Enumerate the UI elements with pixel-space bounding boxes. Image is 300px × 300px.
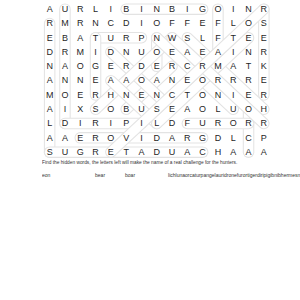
grid-cell: L: [210, 102, 225, 116]
grid-cell: R: [226, 73, 241, 87]
grid-cell: L: [226, 16, 241, 30]
grid-cell: E: [88, 73, 103, 87]
grid-cell: R: [256, 2, 271, 16]
grid-cell: R: [88, 116, 103, 130]
grid-cell: G: [195, 131, 210, 145]
grid-cell: D: [134, 59, 149, 73]
grid-cell: S: [256, 16, 271, 30]
grid-cell: A: [241, 145, 256, 159]
grid-cell: U: [164, 145, 179, 159]
letter-grid: AURLIBINBIGOINRRMRNCDIOFFEFLOSEBATURPNWS…: [42, 2, 271, 159]
grid-cell: R: [73, 16, 88, 30]
grid-cell: S: [42, 145, 57, 159]
grid-cell: D: [210, 131, 225, 145]
grid-cell: E: [149, 59, 164, 73]
grid-cell: G: [195, 2, 210, 16]
grid-cell: O: [134, 73, 149, 87]
grid-cell: F: [180, 16, 195, 30]
grid-cell: N: [57, 73, 72, 87]
grid-cell: R: [42, 16, 57, 30]
grid-cell: C: [164, 88, 179, 102]
grid-cell: E: [164, 45, 179, 59]
grid-cell: A: [42, 73, 57, 87]
grid-cell: T: [118, 145, 133, 159]
grid-cell: A: [226, 59, 241, 73]
grid-cell: K: [256, 59, 271, 73]
grid-cell: R: [88, 131, 103, 145]
grid-cell: B: [57, 31, 72, 45]
grid-cell: C: [195, 145, 210, 159]
grid-cell: I: [134, 131, 149, 145]
grid-cell: O: [195, 73, 210, 87]
grid-cell: U: [134, 45, 149, 59]
grid-cell: R: [210, 116, 225, 130]
grid-cell: O: [73, 59, 88, 73]
grid-cell: R: [241, 73, 256, 87]
grid-cell: N: [241, 45, 256, 59]
grid-cell: L: [88, 2, 103, 16]
grid-cell: O: [226, 116, 241, 130]
word-list-item: tiger: [247, 172, 257, 179]
word-list-item: neconu: [298, 172, 300, 179]
grid-cell: R: [256, 88, 271, 102]
grid-cell: X: [73, 102, 88, 116]
grid-cell: I: [134, 16, 149, 30]
grid-cell: W: [164, 31, 179, 45]
word-search-page: AURLIBINBIGOINRRMRNCDIOFFEFLOSEBATURPNWS…: [0, 0, 300, 300]
grid-cell: D: [149, 145, 164, 159]
grid-cell: A: [42, 131, 57, 145]
grid-cell: M: [42, 88, 57, 102]
word-list-item: lich: [168, 172, 176, 179]
grid-cell: P: [256, 131, 271, 145]
word-list-item: gibnib: [267, 172, 280, 179]
grid-cell: O: [149, 45, 164, 59]
word-list-item: bear: [95, 172, 125, 179]
grid-cell: E: [103, 59, 118, 73]
grid-cell: C: [180, 59, 195, 73]
grid-cell: D: [42, 45, 57, 59]
grid-cell: F: [164, 16, 179, 30]
grid-cell: I: [180, 2, 195, 16]
grid-cell: M: [57, 16, 72, 30]
grid-cell: R: [256, 45, 271, 59]
grid-cell: N: [118, 45, 133, 59]
grid-cell: N: [149, 88, 164, 102]
grid-cell: A: [180, 102, 195, 116]
grid-cell: B: [164, 2, 179, 16]
grid-cell: U: [103, 31, 118, 45]
grid-cell: N: [210, 88, 225, 102]
grid-cell: R: [210, 73, 225, 87]
grid-cell: O: [241, 16, 256, 30]
grid-cell: T: [241, 59, 256, 73]
grid-cell: A: [180, 145, 195, 159]
grid-cell: S: [180, 31, 195, 45]
grid-cell: E: [195, 16, 210, 30]
grid-cell: M: [73, 45, 88, 59]
grid-cell: D: [149, 131, 164, 145]
grid-cell: R: [88, 88, 103, 102]
grid-cell: A: [256, 145, 271, 159]
word-list-item: orca: [185, 172, 195, 179]
grid-cell: U: [226, 102, 241, 116]
grid-cell: I: [103, 116, 118, 130]
grid-cell: N: [88, 16, 103, 30]
grid-cell: A: [57, 131, 72, 145]
grid-cell: I: [226, 2, 241, 16]
grid-cell: D: [118, 16, 133, 30]
word-list-item: diripi: [257, 172, 268, 179]
grid-cell: A: [134, 145, 149, 159]
grid-cell: E: [180, 73, 195, 87]
grid-cell: A: [118, 73, 133, 87]
grid-cell: E: [195, 45, 210, 59]
grid-cell: E: [134, 88, 149, 102]
grid-cell: E: [164, 102, 179, 116]
word-list-item: angel: [203, 172, 215, 179]
grid-cell: A: [164, 131, 179, 145]
grid-cell: E: [103, 145, 118, 159]
grid-cell: L: [42, 116, 57, 130]
grid-cell: O: [57, 88, 72, 102]
grid-cell: U: [134, 102, 149, 116]
grid-cell: N: [118, 88, 133, 102]
grid-cell: L: [226, 131, 241, 145]
grid-cell: S: [149, 102, 164, 116]
grid-cell: I: [134, 116, 149, 130]
grid-cell: T: [226, 31, 241, 45]
grid-cell: C: [103, 16, 118, 30]
grid-cell: P: [118, 116, 133, 130]
grid-cell: O: [195, 102, 210, 116]
grid-cell: R: [195, 59, 210, 73]
grid-cell: R: [164, 59, 179, 73]
grid-cell: R: [73, 2, 88, 16]
grid-cell: I: [73, 116, 88, 130]
grid-cell: I: [134, 2, 149, 16]
grid-cell: T: [180, 88, 195, 102]
grid-cell: A: [210, 45, 225, 59]
grid-cell: T: [88, 31, 103, 45]
grid-cell: E: [241, 31, 256, 45]
word-list-item: eon: [42, 172, 68, 179]
grid-cell: D: [164, 116, 179, 130]
grid-cell: E: [42, 31, 57, 45]
grid-cell: F: [210, 16, 225, 30]
grid-cell: H: [256, 102, 271, 116]
grid-cell: A: [57, 59, 72, 73]
grid-cell: R: [180, 131, 195, 145]
grid-cell: L: [195, 31, 210, 45]
grid-cell: A: [42, 102, 57, 116]
grid-cell: P: [134, 31, 149, 45]
grid-cell: A: [73, 31, 88, 45]
word-list-item: drone: [224, 172, 237, 179]
grid-cell: E: [241, 88, 256, 102]
grid-cell: A: [149, 73, 164, 87]
grid-cell: M: [210, 59, 225, 73]
grid-cell: L: [149, 116, 164, 130]
word-list-item: luna: [176, 172, 185, 179]
word-list-item: auri: [216, 172, 224, 179]
grid-cell: N: [149, 31, 164, 45]
grid-cell: S: [88, 102, 103, 116]
word-list: eonbearboarlichlunaorcaturpangelauridron…: [42, 172, 280, 179]
grid-cell: D: [57, 116, 72, 130]
grid-cell: C: [241, 131, 256, 145]
grid-cell: D: [103, 45, 118, 59]
word-list-item: boar: [125, 172, 168, 179]
grid-cell: O: [210, 2, 225, 16]
grid-cell: I: [103, 2, 118, 16]
grid-cell: I: [88, 45, 103, 59]
grid-cell: F: [180, 116, 195, 130]
grid-cell: I: [57, 102, 72, 116]
grid-cell: O: [195, 88, 210, 102]
word-list-item: furor: [237, 172, 247, 179]
grid-cell: R: [88, 145, 103, 159]
grid-cell: E: [256, 31, 271, 45]
grid-cell: O: [241, 102, 256, 116]
grid-cell: U: [195, 116, 210, 130]
grid-cell: N: [164, 73, 179, 87]
grid-cell: R: [118, 31, 133, 45]
grid-cell: I: [226, 45, 241, 59]
grid-cell: E: [73, 88, 88, 102]
grid-cell: G: [88, 59, 103, 73]
grid-cell: R: [118, 59, 133, 73]
grid-cell: H: [103, 88, 118, 102]
grid-cell: G: [73, 145, 88, 159]
grid-cell: R: [57, 45, 72, 59]
grid-cell: O: [103, 131, 118, 145]
grid-cell: A: [42, 2, 57, 16]
grid-cell: H: [210, 145, 225, 159]
grid-cell: A: [226, 145, 241, 159]
grid-cell: R: [256, 116, 271, 130]
grid-cell: O: [149, 16, 164, 30]
grid-cell: N: [42, 59, 57, 73]
word-list-empty: [68, 172, 95, 179]
grid-cell: N: [241, 2, 256, 16]
word-list-item: turp: [195, 172, 204, 179]
puzzle-instructions: Find the hidden words, the letters left …: [42, 160, 298, 165]
grid-cell: U: [57, 145, 72, 159]
grid-cell: N: [149, 2, 164, 16]
grid-cell: R: [241, 116, 256, 130]
grid-cell: N: [73, 73, 88, 87]
grid-cell: O: [103, 102, 118, 116]
word-list-item: hermes: [281, 172, 298, 179]
grid-cell: B: [118, 102, 133, 116]
grid-cell: F: [210, 31, 225, 45]
grid-cell: A: [103, 73, 118, 87]
grid-cell: E: [256, 73, 271, 87]
grid-cell: E: [73, 131, 88, 145]
grid-cell: A: [180, 45, 195, 59]
grid-cell: B: [118, 2, 133, 16]
grid-cell: V: [118, 131, 133, 145]
grid-cell: U: [57, 2, 72, 16]
grid-cell: I: [226, 88, 241, 102]
